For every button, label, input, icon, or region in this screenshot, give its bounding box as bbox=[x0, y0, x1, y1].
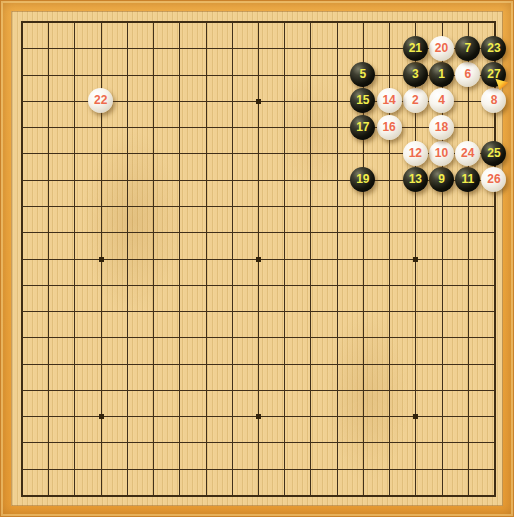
stone-white-18[interactable]: 18 bbox=[429, 115, 454, 140]
star-point bbox=[99, 414, 104, 419]
stone-black-17[interactable]: 17 bbox=[350, 115, 375, 140]
move-number: 21 bbox=[409, 36, 422, 61]
stone-black-13[interactable]: 13 bbox=[403, 167, 428, 192]
star-point bbox=[99, 257, 104, 262]
move-number: 10 bbox=[435, 141, 448, 166]
stone-black-21[interactable]: 21 bbox=[403, 36, 428, 61]
grid-line-horizontal bbox=[22, 285, 494, 286]
goban-viewer: 1234567891011121314151617181920212223242… bbox=[0, 0, 514, 517]
move-number: 19 bbox=[356, 167, 369, 192]
stone-black-3[interactable]: 3 bbox=[403, 62, 428, 87]
move-number: 16 bbox=[382, 115, 395, 140]
move-number: 7 bbox=[464, 36, 471, 61]
stone-white-24[interactable]: 24 bbox=[455, 141, 480, 166]
stone-black-25[interactable]: 25 bbox=[481, 141, 506, 166]
star-point bbox=[256, 257, 261, 262]
grid-line-vertical bbox=[468, 22, 469, 495]
star-point bbox=[413, 414, 418, 419]
move-number: 24 bbox=[461, 141, 474, 166]
stone-white-2[interactable]: 2 bbox=[403, 88, 428, 113]
stone-black-23[interactable]: 23 bbox=[481, 36, 506, 61]
goban[interactable]: 1234567891011121314151617181920212223242… bbox=[11, 11, 503, 506]
grid-line-vertical bbox=[310, 22, 311, 495]
grid-line-vertical bbox=[284, 22, 285, 495]
move-number: 14 bbox=[382, 88, 395, 113]
move-number: 6 bbox=[464, 62, 471, 87]
move-number: 3 bbox=[412, 62, 419, 87]
stone-white-12[interactable]: 12 bbox=[403, 141, 428, 166]
move-number: 5 bbox=[360, 62, 367, 87]
move-number: 20 bbox=[435, 36, 448, 61]
move-number: 4 bbox=[438, 88, 445, 113]
stone-black-27[interactable]: 27 bbox=[481, 62, 506, 87]
stone-white-14[interactable]: 14 bbox=[377, 88, 402, 113]
stone-white-20[interactable]: 20 bbox=[429, 36, 454, 61]
grid-line-vertical bbox=[337, 22, 338, 495]
move-number: 8 bbox=[491, 88, 498, 113]
move-number: 12 bbox=[409, 141, 422, 166]
move-number: 25 bbox=[487, 141, 500, 166]
stone-white-8[interactable]: 8 bbox=[481, 88, 506, 113]
move-number: 15 bbox=[356, 88, 369, 113]
grid-line-horizontal bbox=[22, 337, 494, 338]
grid-line-horizontal bbox=[22, 311, 494, 312]
stone-black-7[interactable]: 7 bbox=[455, 36, 480, 61]
move-number: 9 bbox=[438, 167, 445, 192]
stone-black-1[interactable]: 1 bbox=[429, 62, 454, 87]
star-point bbox=[256, 99, 261, 104]
star-point bbox=[256, 414, 261, 419]
move-number: 22 bbox=[94, 88, 107, 113]
stone-white-26[interactable]: 26 bbox=[481, 167, 506, 192]
grid-line-horizontal bbox=[22, 442, 494, 443]
grid: 1234567891011121314151617181920212223242… bbox=[12, 12, 502, 505]
move-number: 2 bbox=[412, 88, 419, 113]
grid-line-horizontal bbox=[22, 469, 494, 470]
star-point bbox=[413, 257, 418, 262]
stone-white-16[interactable]: 16 bbox=[377, 115, 402, 140]
move-number: 23 bbox=[487, 36, 500, 61]
move-number: 1 bbox=[438, 62, 445, 87]
move-number: 11 bbox=[461, 167, 474, 192]
stone-white-10[interactable]: 10 bbox=[429, 141, 454, 166]
move-number: 13 bbox=[409, 167, 422, 192]
move-number: 26 bbox=[487, 167, 500, 192]
move-number: 18 bbox=[435, 115, 448, 140]
move-number: 17 bbox=[356, 115, 369, 140]
grid-line-horizontal bbox=[22, 390, 494, 391]
grid-line-horizontal bbox=[22, 364, 494, 365]
